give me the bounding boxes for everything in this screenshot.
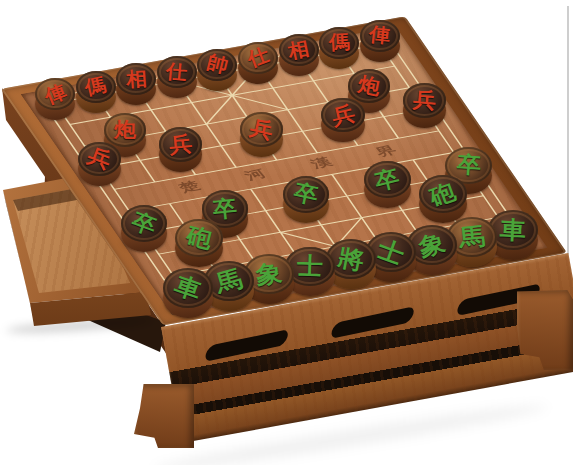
piece-character: 俥 (42, 81, 69, 107)
piece-character: 兵 (412, 89, 437, 112)
piece-character: 兵 (85, 145, 114, 173)
piece-character: 帥 (205, 53, 230, 77)
piece-character: 砲 (184, 224, 214, 252)
piece-green-soldier: 卒 (121, 205, 168, 256)
piece-character: 傌 (328, 33, 350, 53)
piece-red-advisor: 仕 (238, 42, 278, 88)
table-front-left-leg (134, 384, 194, 448)
piece-character: 兵 (329, 102, 356, 128)
piece-character: 士 (297, 254, 324, 279)
piece-character: 車 (499, 217, 526, 242)
piece-character: 馬 (213, 266, 245, 296)
apron-slot-cutout (330, 306, 416, 339)
piece-character: 馬 (458, 224, 486, 251)
piece-red-chariot: 俥 (360, 20, 400, 66)
piece-character: 相 (125, 69, 147, 90)
piece-red-horse: 傌 (319, 27, 359, 73)
piece-character: 卒 (212, 197, 238, 221)
piece-character: 士 (375, 236, 408, 267)
piece-red-advisor: 仕 (157, 56, 197, 102)
piece-character: 仕 (165, 62, 188, 83)
apron-slot-cutout (204, 329, 290, 362)
piece-green-soldier: 卒 (364, 161, 411, 212)
piece-character: 炮 (114, 120, 136, 141)
piece-character: 卒 (456, 153, 481, 177)
piece-red-chariot: 俥 (35, 78, 75, 124)
piece-red-soldier: 兵 (321, 98, 364, 147)
piece-character: 將 (336, 245, 366, 273)
piece-red-general: 帥 (197, 49, 237, 95)
piece-character: 象 (255, 260, 284, 287)
piece-red-elephant: 相 (279, 34, 319, 80)
piece-green-chariot: 車 (163, 268, 213, 322)
piece-red-soldier: 兵 (240, 112, 283, 161)
piece-character: 砲 (427, 179, 458, 209)
piece-character: 象 (416, 230, 447, 260)
piece-red-horse: 傌 (76, 71, 116, 117)
piece-character: 兵 (168, 133, 193, 156)
piece-character: 炮 (356, 74, 381, 98)
piece-red-soldier: 兵 (403, 83, 446, 132)
xiangqi-product-photo: 楚河漢界 俥傌相仕帥仕相傌俥炮炮兵兵兵兵兵卒卒卒卒卒砲砲車馬象士將士象馬車 (0, 0, 573, 465)
piece-character: 兵 (248, 117, 275, 143)
piece-character: 傌 (83, 75, 108, 99)
piece-character: 卒 (129, 209, 159, 238)
piece-green-soldier: 卒 (283, 176, 330, 227)
piece-character: 車 (172, 273, 204, 304)
piece-character: 卒 (373, 166, 402, 193)
piece-character: 相 (286, 39, 311, 62)
piece-character: 仕 (245, 45, 272, 71)
piece-red-soldier: 兵 (159, 127, 202, 176)
piece-character: 俥 (368, 25, 391, 46)
piece-red-soldier: 兵 (78, 142, 121, 191)
piece-red-elephant: 相 (116, 63, 156, 109)
piece-character: 卒 (292, 181, 320, 208)
